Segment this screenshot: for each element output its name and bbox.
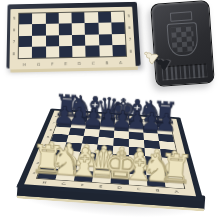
ob-file-label: H [42, 180, 47, 184]
white-rook[interactable]: ♜ [157, 149, 194, 188]
fb-square-g6 [32, 24, 45, 35]
fb-square-f5 [45, 13, 58, 24]
fb-file-label: G [37, 61, 40, 66]
fb-square-g7 [32, 35, 45, 46]
ob-rank-label: 6 [49, 128, 53, 131]
storage-case [150, 0, 215, 87]
fb-square-d6 [72, 23, 85, 34]
fb-file-label: C [92, 60, 95, 65]
fb-square-e5 [58, 13, 71, 24]
fb-file-label: A [119, 59, 122, 64]
fb-square-c5 [85, 12, 98, 23]
crest-shield [166, 22, 198, 57]
ob-file-label: E [99, 184, 103, 188]
fb-square-b8 [99, 45, 113, 57]
fb-square-b7 [98, 34, 112, 45]
black-pawn[interactable]: ♟ [154, 110, 177, 135]
fb-file-label: D [78, 60, 81, 65]
fb-rank-label: 5 [127, 14, 130, 19]
fb-rank-label: 8 [129, 48, 132, 53]
fb-rank-label: 5 [13, 16, 16, 21]
fb-square-h6 [19, 24, 32, 35]
fb-square-a6 [111, 22, 125, 33]
fb-square-g5 [32, 13, 45, 24]
folded-board-grid [18, 11, 127, 59]
fb-square-b5 [98, 12, 112, 23]
fb-square-g8 [32, 46, 45, 58]
folded-board-face: 5678 5678 HGFEDCBA [9, 7, 135, 70]
fb-square-d5 [71, 12, 84, 23]
open-board-face: 87654321 ♜♞♝♛♚♝♞♜♟♟♟♟♟♟♟♟♟♟♟♟♟♟♟♟♜♞♝♛♚♝♞… [24, 111, 196, 197]
folded-board-file-labels: HGFEDCBA [18, 58, 128, 68]
fb-square-h5 [19, 13, 32, 24]
fb-square-f7 [45, 35, 58, 46]
fb-square-e8 [59, 46, 73, 58]
fb-file-label: E [64, 61, 67, 66]
ob-file-label: F [80, 183, 84, 187]
open-chess-board: 87654321 ♜♞♝♛♚♝♞♜♟♟♟♟♟♟♟♟♟♟♟♟♟♟♟♟♜♞♝♛♚♝♞… [16, 108, 203, 200]
fb-rank-label: 6 [128, 25, 131, 30]
fb-square-a5 [111, 12, 125, 23]
fb-square-h8 [19, 47, 32, 59]
ob-file-label: G [61, 182, 66, 186]
fb-square-f6 [45, 24, 58, 35]
square-a7[interactable]: ♟ [157, 127, 173, 135]
fb-file-label: B [105, 60, 108, 65]
ob-file-label: B [156, 188, 160, 192]
fb-square-b6 [98, 23, 112, 34]
fb-file-label: H [23, 62, 26, 67]
crest-checkerboard [170, 26, 194, 52]
crest-banner [169, 11, 192, 22]
ob-file-label: C [137, 187, 141, 191]
ob-file-label: A [174, 190, 178, 194]
folded-chess-board: 5678 5678 HGFEDCBA [9, 7, 135, 70]
ob-file-label: D [118, 186, 122, 190]
fb-file-label: F [51, 61, 53, 66]
fb-square-c7 [85, 34, 99, 45]
fb-rank-label: 8 [12, 51, 15, 56]
fb-square-f8 [46, 46, 59, 58]
fb-square-a7 [112, 33, 126, 44]
fb-square-d8 [72, 45, 86, 57]
fb-square-a8 [112, 45, 126, 57]
fb-square-c6 [85, 23, 99, 34]
square-a1[interactable]: ♜ [164, 176, 184, 188]
case-crest-emblem [165, 11, 198, 57]
fb-square-e7 [59, 35, 72, 46]
chess-set-product-photo: 5678 5678 HGFEDCBA ♟ ♟ 87654321 ♜♞♝♛♚♝♞♜… [0, 0, 220, 220]
fb-square-d7 [72, 34, 86, 45]
folded-board-rank-labels-left: 5678 [10, 13, 18, 59]
open-board-grid: ♜♞♝♛♚♝♞♜♟♟♟♟♟♟♟♟♟♟♟♟♟♟♟♟♜♞♝♛♚♝♞♜ [36, 114, 185, 189]
fb-square-e6 [59, 24, 72, 35]
fb-rank-label: 7 [13, 39, 16, 44]
fb-rank-label: 7 [129, 37, 132, 42]
fb-rank-label: 6 [13, 28, 16, 33]
fb-square-c8 [85, 45, 99, 57]
fb-square-h7 [19, 35, 32, 46]
